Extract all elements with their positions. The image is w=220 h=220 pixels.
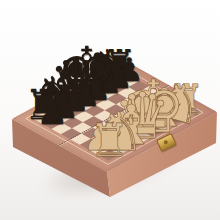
product-photo-stage: ♜♞♝♛♚♝♞♜♟♟♟♟♟♟♟♟♟♟♟♟♟♟♟♟♜♞♝♛♚♝♞♜: [0, 0, 220, 220]
